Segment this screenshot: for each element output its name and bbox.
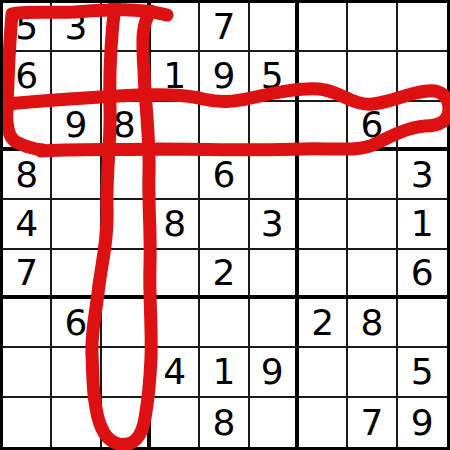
cell-r8c3[interactable] [102, 348, 151, 397]
cell-r5c9[interactable]: 1 [398, 200, 447, 249]
cell-r7c9[interactable] [398, 299, 447, 348]
cell-r4c4[interactable] [151, 151, 200, 200]
cell-r9c3[interactable] [102, 398, 151, 447]
cell-r7c1[interactable] [3, 299, 52, 348]
cell-r3c5[interactable] [200, 102, 249, 151]
cell-r5c3[interactable] [102, 200, 151, 249]
cell-r7c3[interactable] [102, 299, 151, 348]
cell-r1c3[interactable] [102, 3, 151, 52]
cell-r2c6[interactable]: 5 [250, 52, 299, 101]
cell-r7c7[interactable]: 2 [299, 299, 348, 348]
cell-r8c4[interactable]: 4 [151, 348, 200, 397]
cell-r1c2[interactable]: 3 [52, 3, 101, 52]
cell-r6c5[interactable]: 2 [200, 250, 249, 299]
cell-r8c8[interactable] [348, 348, 397, 397]
cell-r6c2[interactable] [52, 250, 101, 299]
cell-r2c7[interactable] [299, 52, 348, 101]
cell-r6c8[interactable] [348, 250, 397, 299]
cell-r6c4[interactable] [151, 250, 200, 299]
cell-r4c1[interactable]: 8 [3, 151, 52, 200]
cell-r5c6[interactable]: 3 [250, 200, 299, 249]
cell-r9c9[interactable]: 9 [398, 398, 447, 447]
cell-r4c9[interactable]: 3 [398, 151, 447, 200]
cell-r3c2[interactable]: 9 [52, 102, 101, 151]
cell-r4c6[interactable] [250, 151, 299, 200]
cell-r5c4[interactable]: 8 [151, 200, 200, 249]
cell-r2c4[interactable]: 1 [151, 52, 200, 101]
cell-r4c5[interactable]: 6 [200, 151, 249, 200]
cell-r1c4[interactable] [151, 3, 200, 52]
cell-r7c2[interactable]: 6 [52, 299, 101, 348]
cell-r6c7[interactable] [299, 250, 348, 299]
cell-r9c8[interactable]: 7 [348, 398, 397, 447]
cell-r5c2[interactable] [52, 200, 101, 249]
cell-r4c2[interactable] [52, 151, 101, 200]
cell-r2c8[interactable] [348, 52, 397, 101]
cell-r9c5[interactable]: 8 [200, 398, 249, 447]
cell-r5c8[interactable] [348, 200, 397, 249]
cell-r2c9[interactable] [398, 52, 447, 101]
cell-r8c6[interactable]: 9 [250, 348, 299, 397]
cell-r8c7[interactable] [299, 348, 348, 397]
cell-r6c6[interactable] [250, 250, 299, 299]
cell-r3c3[interactable]: 8 [102, 102, 151, 151]
cell-r5c5[interactable] [200, 200, 249, 249]
cell-r9c2[interactable] [52, 398, 101, 447]
cell-r7c5[interactable] [200, 299, 249, 348]
cell-r2c5[interactable]: 9 [200, 52, 249, 101]
cell-r3c4[interactable] [151, 102, 200, 151]
cell-r7c4[interactable] [151, 299, 200, 348]
cell-r1c7[interactable] [299, 3, 348, 52]
cell-r3c9[interactable] [398, 102, 447, 151]
cell-r6c1[interactable]: 7 [3, 250, 52, 299]
cell-r8c5[interactable]: 1 [200, 348, 249, 397]
cell-r5c7[interactable] [299, 200, 348, 249]
cell-r4c7[interactable] [299, 151, 348, 200]
cell-r9c4[interactable] [151, 398, 200, 447]
cell-r2c3[interactable] [102, 52, 151, 101]
cell-r1c1[interactable]: 5 [3, 3, 52, 52]
cell-r4c3[interactable] [102, 151, 151, 200]
cell-r1c5[interactable]: 7 [200, 3, 249, 52]
cell-r9c6[interactable] [250, 398, 299, 447]
cell-r1c6[interactable] [250, 3, 299, 52]
cell-r4c8[interactable] [348, 151, 397, 200]
sudoku-board: 537619598686348317266284195879 [0, 0, 450, 450]
cell-r7c6[interactable] [250, 299, 299, 348]
cell-r2c2[interactable] [52, 52, 101, 101]
cell-r3c7[interactable] [299, 102, 348, 151]
sudoku-grid: 537619598686348317266284195879 [3, 3, 447, 447]
cell-r6c3[interactable] [102, 250, 151, 299]
cell-r7c8[interactable]: 8 [348, 299, 397, 348]
cell-r8c2[interactable] [52, 348, 101, 397]
cell-r1c9[interactable] [398, 3, 447, 52]
cell-r9c1[interactable] [3, 398, 52, 447]
cell-r5c1[interactable]: 4 [3, 200, 52, 249]
cell-r8c9[interactable]: 5 [398, 348, 447, 397]
cell-r1c8[interactable] [348, 3, 397, 52]
cell-r8c1[interactable] [3, 348, 52, 397]
cell-r9c7[interactable] [299, 398, 348, 447]
cell-r2c1[interactable]: 6 [3, 52, 52, 101]
cell-r6c9[interactable]: 6 [398, 250, 447, 299]
cell-r3c6[interactable] [250, 102, 299, 151]
cell-r3c8[interactable]: 6 [348, 102, 397, 151]
cell-r3c1[interactable] [3, 102, 52, 151]
